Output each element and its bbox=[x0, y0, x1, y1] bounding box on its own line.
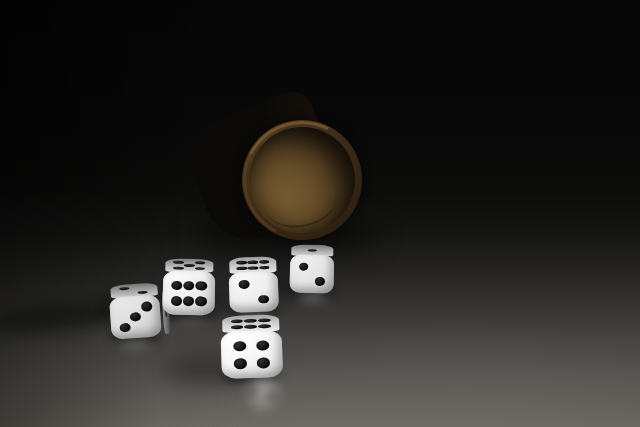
dice-cup bbox=[190, 98, 380, 253]
pip bbox=[299, 262, 309, 271]
die-front-face bbox=[163, 271, 216, 316]
die-reflection bbox=[120, 338, 150, 348]
pip bbox=[196, 281, 208, 291]
pip bbox=[239, 280, 250, 289]
pip bbox=[195, 267, 206, 270]
pip bbox=[256, 340, 270, 351]
pip bbox=[231, 325, 244, 329]
die-5 bbox=[220, 313, 283, 379]
die-front-face bbox=[229, 271, 279, 313]
pip bbox=[173, 261, 184, 264]
cup-interior-seam bbox=[260, 172, 339, 232]
pip bbox=[170, 296, 182, 306]
pip bbox=[259, 266, 269, 270]
pip bbox=[248, 260, 258, 264]
die-3 bbox=[228, 255, 279, 313]
die-reflection bbox=[176, 314, 208, 323]
pip bbox=[119, 287, 130, 291]
die-reflection bbox=[240, 376, 286, 426]
pip bbox=[258, 318, 271, 322]
die-front-face bbox=[220, 330, 283, 379]
die-2 bbox=[163, 258, 216, 316]
pip bbox=[195, 297, 207, 307]
cup-interior bbox=[249, 127, 355, 233]
pip bbox=[244, 319, 257, 323]
pip bbox=[183, 281, 195, 291]
pip bbox=[258, 295, 269, 304]
pip bbox=[130, 312, 142, 322]
pip bbox=[230, 319, 243, 323]
die-reflection-glow bbox=[240, 376, 286, 426]
pip bbox=[258, 324, 271, 328]
pip bbox=[140, 302, 152, 312]
pip bbox=[257, 358, 271, 369]
pip bbox=[237, 261, 247, 265]
pip bbox=[137, 291, 148, 295]
pip bbox=[237, 266, 247, 270]
pip bbox=[233, 341, 247, 352]
pip bbox=[171, 280, 183, 290]
pip bbox=[244, 325, 257, 329]
pip bbox=[184, 264, 195, 267]
pip bbox=[308, 249, 317, 252]
pip bbox=[248, 266, 258, 270]
pip bbox=[259, 260, 269, 264]
die-front-face bbox=[109, 294, 162, 339]
die-reflection-pip bbox=[266, 392, 275, 399]
die-front-face bbox=[290, 255, 335, 294]
pip bbox=[315, 277, 325, 286]
pip bbox=[234, 358, 248, 369]
cup-rim bbox=[242, 120, 362, 240]
pip bbox=[195, 261, 206, 264]
pip bbox=[173, 267, 184, 270]
pip bbox=[183, 296, 195, 306]
die-1 bbox=[108, 281, 162, 339]
dice-scene bbox=[0, 0, 640, 427]
die-reflection-pip bbox=[249, 388, 258, 395]
pip bbox=[119, 322, 131, 332]
die-4 bbox=[290, 244, 335, 294]
